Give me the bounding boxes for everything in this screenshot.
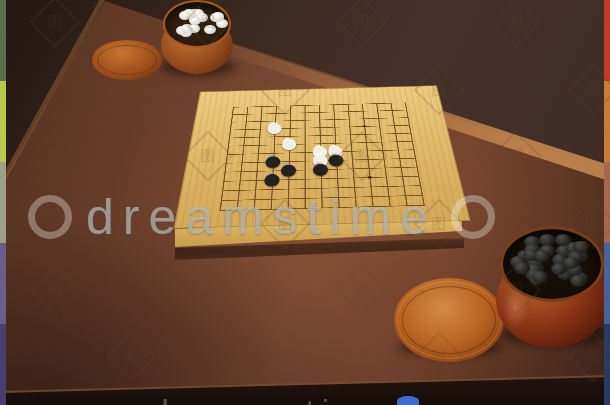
black-stone: ● [264,172,280,185]
board-cell: ● [267,124,282,132]
board-cell: ● [328,155,344,164]
white-stones-bowl [158,0,236,82]
black-stone-in-bowl [563,257,579,269]
white-bowl-opening [163,0,231,48]
board-stone-grid: ●●●●●●●●●● [210,99,433,216]
white-stone: ● [282,137,297,148]
board-cell: ● [264,175,281,185]
board-cell: ● [280,165,296,174]
black-stone-in-bowl [573,241,589,253]
watermark-edge-bar-left [0,0,6,405]
board-cell: ● [312,165,328,174]
board-cell: ● [281,140,297,149]
board-surface: ●●●●●●●●●● [174,86,471,229]
black-bowl-opening [500,226,604,302]
white-stone-in-bowl [212,12,224,21]
white-stone: ● [267,122,282,133]
black-stone: ● [313,162,329,174]
black-stone-in-bowl [532,271,548,283]
white-stone-in-bowl [181,24,193,33]
go-photo-scene: ●●●●●●●●●● 图图图图图图图图图图图图图图图图图图图图图图图图 drea… [0,0,610,405]
white-bowl-lid [92,40,162,80]
black-stone-in-bowl [534,250,550,262]
black-bowl-lid [394,278,504,362]
white-stone-in-bowl [204,25,216,34]
black-stones-bowl [494,226,610,352]
board-cell: ● [265,157,281,166]
black-stone: ● [328,153,344,165]
black-stone: ● [265,154,281,166]
watermark-edge-bar-right [604,0,610,405]
black-stone: ● [281,163,297,176]
watermark-logo-fragment [397,396,419,405]
black-stone-in-bowl [570,275,586,287]
white-stone-in-bowl [179,11,191,20]
black-stone-in-bowl [539,234,555,246]
black-stone-in-bowl [514,262,530,274]
